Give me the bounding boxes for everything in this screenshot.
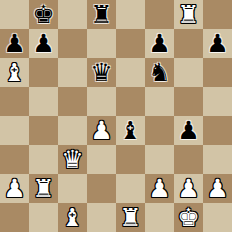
square-b1[interactable] (29, 203, 58, 232)
square-g7[interactable] (174, 29, 203, 58)
square-h1[interactable] (203, 203, 232, 232)
square-d5[interactable] (87, 87, 116, 116)
square-c2[interactable] (58, 174, 87, 203)
piece-white-rook-b2[interactable]: ♜ (32, 174, 54, 203)
piece-black-pawn-b7[interactable]: ♟ (32, 29, 54, 58)
square-g6[interactable] (174, 58, 203, 87)
square-e3[interactable] (116, 145, 145, 174)
square-c7[interactable] (58, 29, 87, 58)
piece-white-rook-e1[interactable]: ♜ (119, 203, 141, 232)
square-d4[interactable]: ♟ (87, 116, 116, 145)
piece-black-bishop-e4[interactable]: ♝ (119, 116, 141, 145)
square-c3[interactable]: ♛ (58, 145, 87, 174)
square-f5[interactable] (145, 87, 174, 116)
piece-black-pawn-f7[interactable]: ♟ (148, 29, 170, 58)
square-h3[interactable] (203, 145, 232, 174)
square-a3[interactable] (0, 145, 29, 174)
square-f6[interactable]: ♞ (145, 58, 174, 87)
square-b4[interactable] (29, 116, 58, 145)
square-b3[interactable] (29, 145, 58, 174)
square-g8[interactable]: ♜ (174, 0, 203, 29)
square-d1[interactable] (87, 203, 116, 232)
square-a5[interactable] (0, 87, 29, 116)
piece-white-pawn-h2[interactable]: ♟ (206, 174, 228, 203)
piece-white-bishop-a6[interactable]: ♝ (3, 58, 25, 87)
square-c8[interactable] (58, 0, 87, 29)
square-f4[interactable] (145, 116, 174, 145)
square-b2[interactable]: ♜ (29, 174, 58, 203)
square-g3[interactable] (174, 145, 203, 174)
square-c5[interactable] (58, 87, 87, 116)
piece-black-pawn-g4[interactable]: ♟ (177, 116, 199, 145)
square-f2[interactable]: ♟ (145, 174, 174, 203)
square-h5[interactable] (203, 87, 232, 116)
square-h4[interactable] (203, 116, 232, 145)
piece-white-bishop-c1[interactable]: ♝ (61, 203, 83, 232)
square-a8[interactable] (0, 0, 29, 29)
square-d2[interactable] (87, 174, 116, 203)
square-d6[interactable]: ♛ (87, 58, 116, 87)
square-f3[interactable] (145, 145, 174, 174)
square-a1[interactable] (0, 203, 29, 232)
piece-white-rook-g8[interactable]: ♜ (177, 0, 199, 29)
piece-black-pawn-a7[interactable]: ♟ (3, 29, 25, 58)
square-c1[interactable]: ♝ (58, 203, 87, 232)
piece-white-pawn-a2[interactable]: ♟ (3, 174, 25, 203)
piece-white-pawn-f2[interactable]: ♟ (148, 174, 170, 203)
square-f8[interactable] (145, 0, 174, 29)
square-a7[interactable]: ♟ (0, 29, 29, 58)
square-g2[interactable]: ♟ (174, 174, 203, 203)
square-g4[interactable]: ♟ (174, 116, 203, 145)
piece-white-pawn-d4[interactable]: ♟ (90, 116, 112, 145)
square-a2[interactable]: ♟ (0, 174, 29, 203)
square-g5[interactable] (174, 87, 203, 116)
piece-black-king-b8[interactable]: ♚ (32, 0, 54, 29)
square-b8[interactable]: ♚ (29, 0, 58, 29)
square-h6[interactable] (203, 58, 232, 87)
piece-black-knight-f6[interactable]: ♞ (148, 58, 170, 87)
piece-black-rook-d8[interactable]: ♜ (90, 0, 112, 29)
square-c6[interactable] (58, 58, 87, 87)
piece-white-queen-c3[interactable]: ♛ (61, 145, 83, 174)
square-e5[interactable] (116, 87, 145, 116)
square-a4[interactable] (0, 116, 29, 145)
square-f7[interactable]: ♟ (145, 29, 174, 58)
square-f1[interactable] (145, 203, 174, 232)
square-e2[interactable] (116, 174, 145, 203)
square-d8[interactable]: ♜ (87, 0, 116, 29)
square-g1[interactable]: ♚ (174, 203, 203, 232)
piece-white-king-g1[interactable]: ♚ (177, 203, 199, 232)
square-h2[interactable]: ♟ (203, 174, 232, 203)
square-a6[interactable]: ♝ (0, 58, 29, 87)
square-d3[interactable] (87, 145, 116, 174)
piece-black-queen-d6[interactable]: ♛ (90, 58, 112, 87)
square-h7[interactable]: ♟ (203, 29, 232, 58)
square-c4[interactable] (58, 116, 87, 145)
piece-white-pawn-g2[interactable]: ♟ (177, 174, 199, 203)
square-e1[interactable]: ♜ (116, 203, 145, 232)
square-h8[interactable] (203, 0, 232, 29)
chess-board: ♚♜♜♟♟♟♟♝♛♞♟♝♟♛♟♜♟♟♟♝♜♚ (0, 0, 232, 232)
square-e8[interactable] (116, 0, 145, 29)
square-b6[interactable] (29, 58, 58, 87)
square-e4[interactable]: ♝ (116, 116, 145, 145)
square-d7[interactable] (87, 29, 116, 58)
square-e7[interactable] (116, 29, 145, 58)
square-b5[interactable] (29, 87, 58, 116)
square-e6[interactable] (116, 58, 145, 87)
square-b7[interactable]: ♟ (29, 29, 58, 58)
piece-black-pawn-h7[interactable]: ♟ (206, 29, 228, 58)
